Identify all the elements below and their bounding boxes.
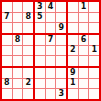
empty-cell-r8c8[interactable] [79,79,89,89]
empty-cell-r8c2[interactable] [13,79,23,89]
empty-cell-r5c5[interactable] [46,46,56,56]
given-cell-r9c6: 3 [56,89,66,99]
empty-cell-r6c6[interactable] [56,56,66,66]
empty-cell-r7c4[interactable] [35,68,45,78]
block-2-2: 7 [35,35,66,66]
empty-cell-r1c1[interactable] [2,2,12,12]
empty-cell-r5c6[interactable] [56,46,66,56]
given-cell-r1c4: 3 [35,2,45,12]
empty-cell-r8c4[interactable] [35,79,45,89]
block-2-3: 621 [68,35,99,66]
empty-cell-r9c8[interactable] [79,89,89,99]
empty-cell-r5c1[interactable] [2,46,12,56]
empty-cell-r3c7[interactable] [68,23,78,33]
empty-cell-r4c1[interactable] [2,35,12,45]
empty-cell-r6c8[interactable] [79,56,89,66]
empty-cell-r3c5[interactable] [46,23,56,33]
given-cell-r2c3: 8 [23,13,33,23]
empty-cell-r1c9[interactable] [89,2,99,12]
empty-cell-r7c3[interactable] [23,68,33,78]
empty-cell-r9c4[interactable] [35,89,45,99]
empty-cell-r2c7[interactable] [68,13,78,23]
empty-cell-r5c2[interactable] [13,46,23,56]
empty-cell-r3c9[interactable] [89,23,99,33]
empty-cell-r2c6[interactable] [56,13,66,23]
block-1-3: 1 [68,2,99,33]
empty-cell-r6c7[interactable] [68,56,78,66]
given-cell-r9c9 [89,89,99,99]
block-3-3: 91 [68,68,99,99]
empty-cell-r9c5[interactable] [46,89,56,99]
empty-cell-r2c2[interactable] [13,13,23,23]
given-cell-r4c5: 7 [46,35,56,45]
empty-cell-r6c9[interactable] [89,56,99,66]
empty-cell-r2c8[interactable] [79,13,89,23]
empty-cell-r9c3[interactable] [23,89,33,99]
empty-cell-r7c2[interactable] [13,68,23,78]
empty-cell-r3c3[interactable] [23,23,33,33]
empty-cell-r4c9[interactable] [89,35,99,45]
empty-cell-r2c5[interactable] [46,13,56,23]
empty-cell-r1c2[interactable] [13,2,23,12]
given-cell-r4c2: 8 [13,35,23,45]
given-cell-r7c7: 9 [68,68,78,78]
sudoku-board: 78345918762182391 [0,0,101,101]
given-cell-r1c8: 1 [79,2,89,12]
empty-cell-r5c8[interactable] [79,46,89,56]
given-cell-r8c7: 1 [68,79,78,89]
empty-cell-r7c8[interactable] [79,68,89,78]
empty-cell-r8c6[interactable] [56,79,66,89]
given-cell-r5c7: 2 [68,46,78,56]
given-cell-r4c8: 6 [79,35,89,45]
block-3-2: 3 [35,68,66,99]
empty-cell-r4c4[interactable] [35,35,45,45]
empty-cell-r7c1[interactable] [2,68,12,78]
empty-cell-r9c2[interactable] [13,89,23,99]
empty-cell-r9c1[interactable] [2,89,12,99]
empty-cell-r5c4[interactable] [35,46,45,56]
empty-cell-r6c5[interactable] [46,56,56,66]
empty-cell-r4c6[interactable] [56,35,66,45]
given-cell-r8c3: 2 [23,79,33,89]
empty-cell-r6c4[interactable] [35,56,45,66]
empty-cell-r1c7[interactable] [68,2,78,12]
empty-cell-r3c8[interactable] [79,23,89,33]
empty-cell-r9c7[interactable] [68,89,78,99]
empty-cell-r1c3[interactable] [23,2,33,12]
empty-cell-r8c9[interactable] [89,79,99,89]
empty-cell-r7c5[interactable] [46,68,56,78]
empty-cell-r1c6[interactable] [56,2,66,12]
empty-cell-r7c9[interactable] [89,68,99,78]
given-cell-r3c6: 9 [56,23,66,33]
block-1-2: 3459 [35,2,66,33]
empty-cell-r6c2[interactable] [13,56,23,66]
empty-cell-r3c1[interactable] [2,23,12,33]
empty-cell-r4c7[interactable] [68,35,78,45]
given-cell-r5c9: 1 [89,46,99,56]
block-2-1: 8 [2,35,33,66]
given-cell-r1c5: 4 [46,2,56,12]
given-cell-r2c4: 5 [35,13,45,23]
empty-cell-r6c1[interactable] [2,56,12,66]
empty-cell-r3c4[interactable] [35,23,45,33]
block-3-1: 82 [2,68,33,99]
empty-cell-r4c3[interactable] [23,35,33,45]
empty-cell-r3c2[interactable] [13,23,23,33]
given-cell-r2c1: 7 [2,13,12,23]
empty-cell-r7c6[interactable] [56,68,66,78]
empty-cell-r6c3[interactable] [23,56,33,66]
empty-cell-r8c5[interactable] [46,79,56,89]
given-cell-r8c1: 8 [2,79,12,89]
block-1-1: 78 [2,2,33,33]
empty-cell-r5c3[interactable] [23,46,33,56]
empty-cell-r2c9[interactable] [89,13,99,23]
